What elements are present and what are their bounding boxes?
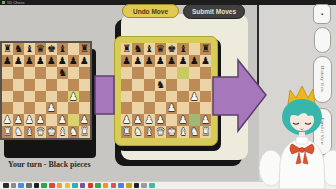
app-icon[interactable] [26,183,32,189]
board-square[interactable]: ♞ [57,67,68,79]
chess-piece[interactable]: ♛ [36,44,45,54]
present-arrow [93,54,273,146]
board-square[interactable]: ♟ [68,55,79,67]
chess-piece[interactable]: ♝ [25,44,34,54]
board-square[interactable]: ♞ [13,126,24,138]
board-square[interactable] [13,91,24,103]
board-square[interactable] [2,102,13,114]
app-icon[interactable] [141,183,147,189]
board-square[interactable]: ♟ [24,114,35,126]
board-square[interactable] [24,102,35,114]
past-board: ♜♞♝♛♚♝♜♟♟♟♟♟♟♟♟♞♟♟♟♟♟♟♟♟♜♞♝♛♚♝♞♜ [0,41,92,140]
chess-piece[interactable]: ♝ [145,44,154,54]
turn-status-text: Your turn - Black pieces [8,160,91,169]
board-square[interactable] [35,102,46,114]
chess-piece[interactable]: ♛ [36,127,45,137]
board-square[interactable]: ♜ [2,43,13,55]
board-square[interactable]: ♟ [79,55,90,67]
board-square[interactable] [79,102,90,114]
app-icon[interactable] [103,183,109,189]
board-square[interactable] [24,91,35,103]
app-icon[interactable] [65,183,71,189]
chess-piece[interactable]: ♜ [201,44,210,54]
board-square[interactable]: ♟ [24,55,35,67]
chess-piece[interactable]: ♟ [25,56,34,66]
board-square[interactable] [24,79,35,91]
app-icon[interactable] [57,183,63,189]
board-square[interactable]: ♝ [57,43,68,55]
board-square[interactable]: ♟ [13,55,24,67]
board-square[interactable] [68,79,79,91]
chess-piece[interactable]: ♟ [3,56,12,66]
chess-piece[interactable]: ♟ [36,115,45,125]
chess-piece[interactable]: ♝ [25,127,34,137]
chess-piece[interactable]: ♝ [58,44,67,54]
toggle-icon: ▪ [321,11,323,17]
board-square[interactable]: ♟ [46,102,57,114]
board-square[interactable] [57,79,68,91]
panel-toggle-button[interactable]: ▪ [313,4,331,24]
board-square[interactable]: ♟ [46,55,57,67]
board-square[interactable] [68,43,79,55]
board-square[interactable]: ♜ [79,43,90,55]
board-square[interactable] [68,114,79,126]
chess-piece[interactable]: ♟ [47,56,56,66]
chess-piece[interactable]: ♟ [69,92,78,102]
board-square[interactable]: ♜ [79,126,90,138]
chess-piece[interactable]: ♟ [14,56,23,66]
chess-piece[interactable]: ♚ [47,44,56,54]
chess-piece[interactable]: ♟ [80,56,89,66]
app-icon[interactable] [95,183,101,189]
board-square[interactable] [2,91,13,103]
collar [296,137,308,144]
chess-piece[interactable]: ♛ [156,44,165,54]
board-square[interactable]: ♟ [13,114,24,126]
board-square[interactable]: ♟ [35,55,46,67]
chess-piece[interactable]: ♞ [14,44,23,54]
board-square[interactable] [46,114,57,126]
chess-piece[interactable]: ♟ [47,103,56,113]
app-icon[interactable] [111,183,117,189]
chess-piece[interactable]: ♟ [14,115,23,125]
window-icon [2,1,5,4]
collapsed-tab-button[interactable] [314,27,331,53]
chess-piece[interactable]: ♞ [133,44,142,54]
board-square[interactable]: ♚ [46,126,57,138]
chess-piece[interactable]: ♞ [58,68,67,78]
board-square[interactable]: ♟ [2,55,13,67]
chess-piece[interactable]: ♟ [58,56,67,66]
board-square[interactable] [35,91,46,103]
vtuber-avatar [250,82,336,189]
app-icon[interactable] [72,183,78,189]
board-square[interactable] [35,79,46,91]
chess-piece[interactable]: ♟ [25,115,34,125]
chess-piece[interactable]: ♜ [3,44,12,54]
board-square[interactable] [13,67,24,79]
board-square[interactable]: ♝ [57,126,68,138]
chess-piece[interactable]: ♝ [58,127,67,137]
app-icon[interactable] [149,183,155,189]
board-square[interactable]: ♛ [35,126,46,138]
board-square[interactable]: ♟ [35,114,46,126]
app-icon[interactable] [11,183,17,189]
app-icon[interactable] [3,183,9,189]
chess-piece[interactable]: ♟ [80,115,89,125]
window-title: 5D Chess [7,1,25,5]
board-square[interactable] [57,102,68,114]
board-square[interactable] [68,102,79,114]
board-square[interactable]: ♟ [68,91,79,103]
board-square[interactable]: ♞ [68,126,79,138]
app-icon[interactable] [126,183,132,189]
board-square[interactable] [2,79,13,91]
board-square[interactable]: ♚ [46,43,57,55]
chess-piece[interactable]: ♞ [14,127,23,137]
board-square[interactable]: ♟ [57,114,68,126]
chess-piece[interactable]: ♟ [36,56,45,66]
board-square[interactable]: ♟ [57,55,68,67]
board-square[interactable] [79,67,90,79]
board-square[interactable]: ♟ [2,114,13,126]
app-icon[interactable] [18,183,24,189]
app-icon[interactable] [49,183,55,189]
app-icon[interactable] [41,183,47,189]
board-square[interactable] [79,91,90,103]
board-square[interactable] [13,102,24,114]
board-square[interactable] [2,67,13,79]
app-icon[interactable] [118,183,124,189]
board-square[interactable]: ♞ [13,43,24,55]
bow-knot [300,148,305,153]
app-icon[interactable] [88,183,94,189]
chess-piece[interactable]: ♝ [179,44,188,54]
undo-move-button[interactable]: Undo Move [122,4,179,18]
chess-piece[interactable]: ♜ [3,127,12,137]
chess-piece[interactable]: ♜ [80,44,89,54]
board-square[interactable]: ♟ [79,114,90,126]
board-square[interactable] [35,67,46,79]
time-arrow-stub [95,76,114,114]
app-icon[interactable] [34,183,40,189]
board-square[interactable] [79,79,90,91]
board-square[interactable] [13,79,24,91]
chess-piece[interactable]: ♚ [47,127,56,137]
board-square[interactable] [68,67,79,79]
board-square[interactable] [57,91,68,103]
board-square[interactable] [46,79,57,91]
board-square[interactable]: ♜ [2,126,13,138]
chess-piece[interactable]: ♟ [69,56,78,66]
app-icon[interactable] [134,183,140,189]
submit-moves-button[interactable]: Submit Moves [183,4,245,19]
chess-piece[interactable]: ♚ [167,44,176,54]
chess-piece[interactable]: ♜ [80,127,89,137]
board-square[interactable]: ♛ [35,43,46,55]
chess-piece[interactable]: ♜ [122,44,131,54]
board-square[interactable]: ♝ [24,43,35,55]
chess-piece[interactable]: ♟ [3,115,12,125]
board-square[interactable]: ♝ [24,126,35,138]
app-window: 5D Chess ♜♞♝♛♚♝♜♟♟♟♟♟♟♟♟♞♟♟♟♟♟♟♟♟♜♞♝♛♚♝♞… [0,0,336,189]
app-icon[interactable] [80,183,86,189]
chess-piece[interactable]: ♞ [69,127,78,137]
chess-piece[interactable]: ♟ [58,115,67,125]
board-square[interactable] [46,91,57,103]
board-square[interactable] [46,67,57,79]
board-square[interactable] [24,67,35,79]
